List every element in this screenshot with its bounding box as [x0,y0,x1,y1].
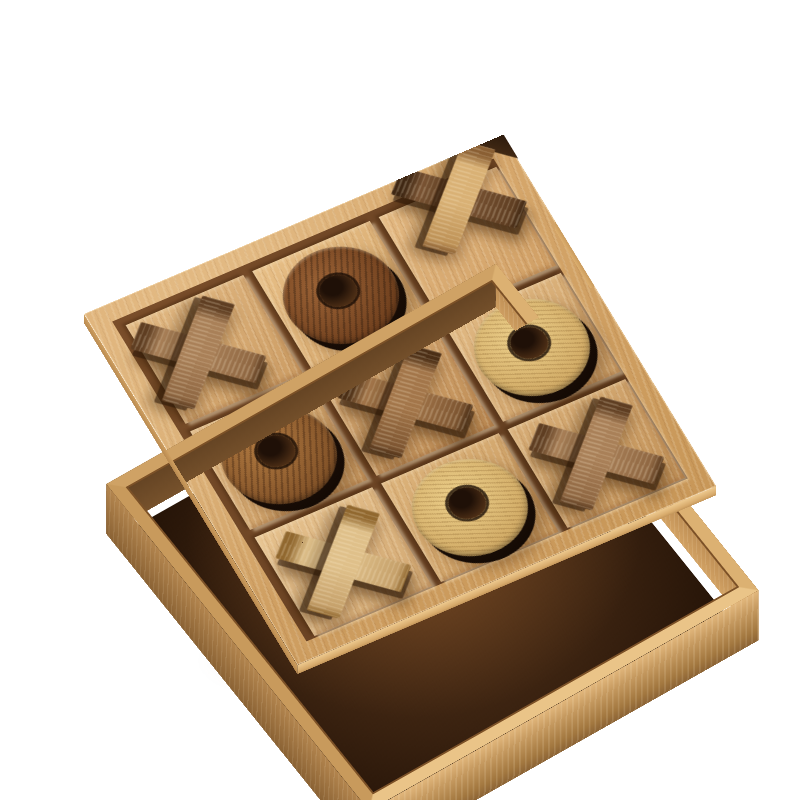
o-ring-hole [442,482,493,525]
piece-x-back-left[interactable] [115,283,281,422]
piece-o-front-center[interactable] [392,442,548,573]
cell-r2c2[interactable] [508,379,686,528]
product-photo [0,0,800,800]
o-ring-hole [251,430,302,473]
cell-r2c1[interactable] [381,433,559,582]
x-bar-horizontal [528,423,664,484]
x-bar-vertical [307,505,380,619]
scene [84,135,716,665]
cell-r1c0[interactable] [190,381,368,530]
o-ring-side [400,449,556,580]
o-ring-top [392,442,548,573]
piece-x-front-left[interactable] [260,492,426,631]
piece-o-middle-left[interactable] [201,390,357,521]
o-ring-top [201,390,357,521]
piece-x-back-right[interactable] [376,128,542,267]
piece-x-front-right[interactable] [513,384,679,523]
x-bar-horizontal [275,531,411,592]
o-ring-side [209,397,365,528]
x-bar-vertical [369,344,442,458]
x-bar-vertical [560,396,633,510]
cell-r2c0[interactable] [255,487,433,636]
